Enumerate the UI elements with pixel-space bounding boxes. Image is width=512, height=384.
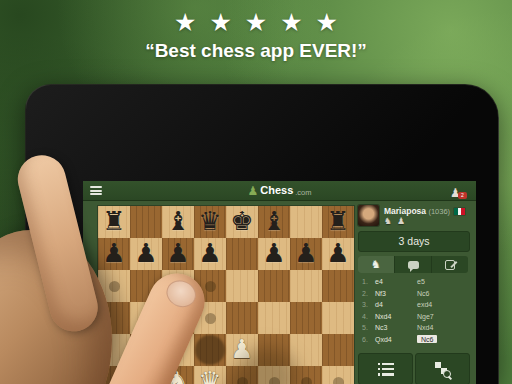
move-row: 6.Qxd4Nc6 bbox=[362, 334, 468, 346]
white-move[interactable]: d4 bbox=[375, 301, 417, 308]
move-number: 2. bbox=[362, 290, 375, 297]
square-e6[interactable] bbox=[226, 270, 258, 302]
compose-icon bbox=[445, 260, 455, 270]
square-g6[interactable] bbox=[290, 270, 322, 302]
tab-chat[interactable] bbox=[395, 256, 432, 273]
opponent-rating: (1036) bbox=[428, 207, 450, 216]
black-move[interactable]: exd4 bbox=[417, 301, 462, 308]
move-list-button[interactable] bbox=[358, 353, 413, 384]
tab-compose[interactable] bbox=[432, 256, 468, 273]
square-e8[interactable] bbox=[226, 206, 258, 238]
fingernail bbox=[162, 276, 200, 312]
square-a7[interactable] bbox=[98, 238, 130, 270]
square-f7[interactable] bbox=[258, 238, 290, 270]
legal-move-dot-d5[interactable] bbox=[205, 313, 216, 324]
black-move[interactable]: Nc6 bbox=[417, 336, 462, 343]
move-row: 2.Nf3Nc6 bbox=[362, 288, 468, 300]
opponent-clock: 3 days bbox=[358, 231, 470, 252]
square-e7[interactable] bbox=[226, 238, 258, 270]
square-h6[interactable] bbox=[322, 270, 354, 302]
square-b7[interactable] bbox=[130, 238, 162, 270]
black-move[interactable]: Nge7 bbox=[417, 313, 462, 320]
panel-tabbar: ♞ bbox=[358, 256, 468, 273]
square-f6[interactable] bbox=[258, 270, 290, 302]
screenshot-stage: ★★★★★ “Best chess app EVER!” ♟ Chess .co… bbox=[0, 0, 512, 384]
square-g7[interactable] bbox=[290, 238, 322, 270]
white-move[interactable]: Nc3 bbox=[375, 324, 417, 331]
black-move[interactable]: Nxd4 bbox=[417, 324, 462, 331]
opponent-captured-pieces: ♞ ♟ bbox=[384, 216, 406, 226]
square-f8[interactable] bbox=[258, 206, 290, 238]
square-d8[interactable] bbox=[194, 206, 226, 238]
move-number: 1. bbox=[362, 278, 375, 285]
move-number: 6. bbox=[362, 336, 375, 343]
move-number: 3. bbox=[362, 301, 375, 308]
square-d7[interactable] bbox=[194, 238, 226, 270]
move-row: 3.d4exd4 bbox=[362, 299, 468, 311]
legal-move-dot-g3[interactable] bbox=[301, 377, 312, 384]
tab-moves[interactable]: ♞ bbox=[358, 256, 395, 273]
square-b8[interactable] bbox=[130, 206, 162, 238]
square-e5[interactable] bbox=[226, 302, 258, 334]
move-row: 4.Nxd4Nge7 bbox=[362, 311, 468, 323]
analysis-button[interactable] bbox=[415, 353, 470, 384]
legal-move-dot-a6[interactable] bbox=[109, 281, 120, 292]
opponent-avatar[interactable] bbox=[358, 205, 379, 226]
square-h4[interactable] bbox=[322, 334, 354, 366]
review-quote: “Best chess app EVER!” bbox=[0, 40, 512, 62]
square-g5[interactable] bbox=[290, 302, 322, 334]
square-g4[interactable] bbox=[290, 334, 322, 366]
move-list: 1.e4e52.Nf3Nc63.d4exd44.Nxd4Nge75.Nc3Nxd… bbox=[362, 276, 468, 345]
white-move[interactable]: Nxd4 bbox=[375, 313, 417, 320]
square-f5[interactable] bbox=[258, 302, 290, 334]
square-c8[interactable] bbox=[162, 206, 194, 238]
move-number: 4. bbox=[362, 313, 375, 320]
square-a8[interactable] bbox=[98, 206, 130, 238]
square-h8[interactable] bbox=[322, 206, 354, 238]
five-star-rating: ★★★★★ bbox=[0, 8, 512, 37]
white-move[interactable]: Qxd4 bbox=[375, 336, 417, 343]
square-g8[interactable] bbox=[290, 206, 322, 238]
list-icon bbox=[378, 363, 394, 376]
legal-move-dot-d6[interactable] bbox=[205, 281, 216, 292]
white-move[interactable]: Nf3 bbox=[375, 290, 417, 297]
game-side-panel: Mariaposa (1036) ♞ ♟ 3 days ♞ bbox=[356, 181, 470, 384]
black-move[interactable]: Nc6 bbox=[417, 290, 462, 297]
logo-pawn-icon: ♟ bbox=[247, 185, 258, 197]
chat-bubble-icon bbox=[408, 261, 419, 269]
move-row: 1.e4e5 bbox=[362, 276, 468, 288]
square-c7[interactable] bbox=[162, 238, 194, 270]
move-number: 5. bbox=[362, 324, 375, 331]
legal-move-dot-h3[interactable] bbox=[333, 377, 344, 384]
move-row: 5.Nc3Nxd4 bbox=[362, 322, 468, 334]
opponent-row[interactable]: Mariaposa (1036) ♞ ♟ bbox=[356, 205, 470, 228]
square-h7[interactable] bbox=[322, 238, 354, 270]
knight-tab-icon: ♞ bbox=[371, 259, 381, 270]
black-move[interactable]: e5 bbox=[417, 278, 462, 285]
drag-origin-highlight bbox=[195, 335, 225, 365]
mexico-flag-icon bbox=[454, 208, 465, 215]
square-h5[interactable] bbox=[322, 302, 354, 334]
square-d3[interactable] bbox=[194, 366, 226, 384]
opponent-name: Mariaposa (1036) bbox=[384, 206, 465, 216]
white-move[interactable]: e4 bbox=[375, 278, 417, 285]
board-analysis-icon bbox=[435, 362, 450, 377]
